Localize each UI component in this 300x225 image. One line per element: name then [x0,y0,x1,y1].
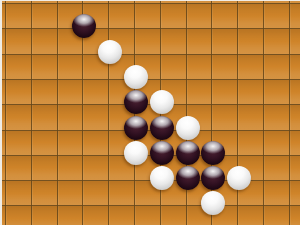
grid-line-vertical [289,0,290,225]
go-board[interactable] [0,0,300,225]
grid-line-vertical [186,0,187,225]
grid-line-vertical [108,0,109,225]
grid-line-horizontal [0,54,300,55]
grid-line-horizontal [0,28,300,29]
black-stone [124,90,148,114]
black-stone [72,14,96,38]
white-stone [176,116,200,140]
window-border-left [0,0,2,225]
black-stone [201,141,225,165]
black-stone [176,166,200,190]
grid-line-horizontal [0,3,300,4]
white-stone [98,40,122,64]
grid-line-horizontal [0,205,300,206]
white-stone [150,166,174,190]
grid-line-vertical [57,0,58,225]
window-border-top [0,0,300,1]
game-window [0,0,300,225]
white-stone [124,141,148,165]
grid-line-vertical [237,0,238,225]
white-stone [201,191,225,215]
black-stone [201,166,225,190]
grid-line-vertical [263,0,264,225]
black-stone [150,141,174,165]
white-stone [124,65,148,89]
grid-line-horizontal [0,79,300,80]
grid-line-vertical [5,0,6,225]
grid-line-vertical [31,0,32,225]
black-stone [124,116,148,140]
black-stone [176,141,200,165]
black-stone [150,116,174,140]
white-stone [227,166,251,190]
white-stone [150,90,174,114]
